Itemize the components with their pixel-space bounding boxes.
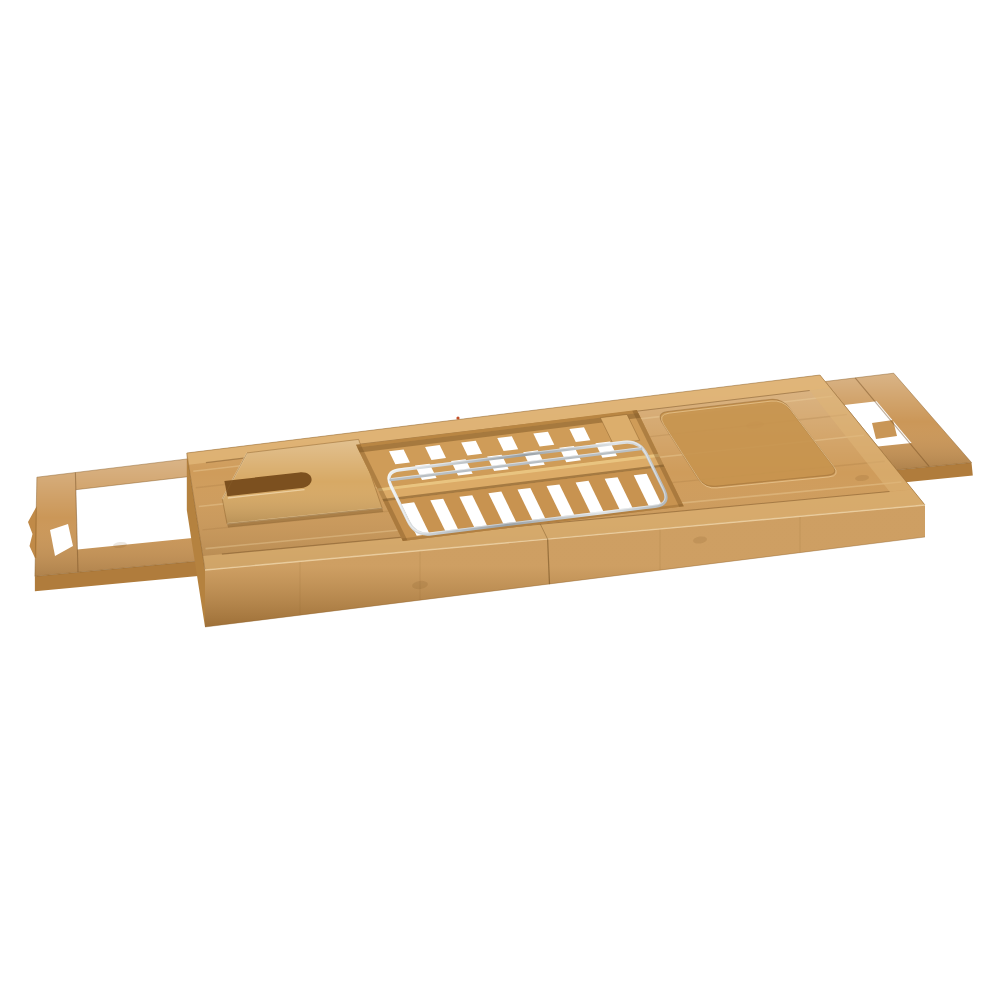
- red-speck: [456, 416, 459, 419]
- bathtub-caddy-image: [0, 0, 1000, 1000]
- left-extension-arm: [28, 459, 204, 591]
- product-photo-canvas: [0, 0, 1000, 1000]
